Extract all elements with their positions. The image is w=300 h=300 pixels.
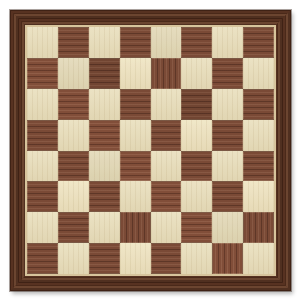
square-c5[interactable] — [89, 120, 120, 151]
square-b6[interactable] — [58, 89, 89, 120]
board-frame-right — [274, 10, 291, 291]
square-b2[interactable] — [58, 212, 89, 243]
square-h2[interactable] — [243, 212, 274, 243]
square-h5[interactable] — [243, 120, 274, 151]
square-a4[interactable] — [27, 151, 58, 182]
square-e3[interactable] — [151, 181, 182, 212]
square-f2[interactable] — [181, 212, 212, 243]
square-d7[interactable] — [120, 58, 151, 89]
square-h6[interactable] — [243, 89, 274, 120]
square-f7[interactable] — [181, 58, 212, 89]
square-b4[interactable] — [58, 151, 89, 182]
square-g4[interactable] — [212, 151, 243, 182]
square-f6[interactable] — [181, 89, 212, 120]
square-c4[interactable] — [89, 151, 120, 182]
square-g3[interactable] — [212, 181, 243, 212]
square-e1[interactable] — [151, 243, 182, 274]
square-e7[interactable] — [151, 58, 182, 89]
square-h1[interactable] — [243, 243, 274, 274]
square-c2[interactable] — [89, 212, 120, 243]
square-c3[interactable] — [89, 181, 120, 212]
square-g8[interactable] — [212, 27, 243, 58]
square-b3[interactable] — [58, 181, 89, 212]
square-h4[interactable] — [243, 151, 274, 182]
square-e2[interactable] — [151, 212, 182, 243]
square-g7[interactable] — [212, 58, 243, 89]
square-d5[interactable] — [120, 120, 151, 151]
square-e4[interactable] — [151, 151, 182, 182]
square-d1[interactable] — [120, 243, 151, 274]
square-c7[interactable] — [89, 58, 120, 89]
chess-board — [10, 10, 291, 291]
square-d8[interactable] — [120, 27, 151, 58]
square-h3[interactable] — [243, 181, 274, 212]
square-g1[interactable] — [212, 243, 243, 274]
square-d3[interactable] — [120, 181, 151, 212]
square-e5[interactable] — [151, 120, 182, 151]
square-d2[interactable] — [120, 212, 151, 243]
square-f3[interactable] — [181, 181, 212, 212]
square-f4[interactable] — [181, 151, 212, 182]
square-g5[interactable] — [212, 120, 243, 151]
square-f5[interactable] — [181, 120, 212, 151]
square-c1[interactable] — [89, 243, 120, 274]
square-a7[interactable] — [27, 58, 58, 89]
square-h8[interactable] — [243, 27, 274, 58]
square-d6[interactable] — [120, 89, 151, 120]
page-background — [0, 0, 300, 300]
board-grid — [27, 27, 274, 274]
square-f8[interactable] — [181, 27, 212, 58]
square-e6[interactable] — [151, 89, 182, 120]
board-inlay-border — [25, 25, 276, 276]
square-b1[interactable] — [58, 243, 89, 274]
square-a5[interactable] — [27, 120, 58, 151]
square-b8[interactable] — [58, 27, 89, 58]
square-e8[interactable] — [151, 27, 182, 58]
square-f1[interactable] — [181, 243, 212, 274]
square-g2[interactable] — [212, 212, 243, 243]
square-g6[interactable] — [212, 89, 243, 120]
square-c6[interactable] — [89, 89, 120, 120]
square-d4[interactable] — [120, 151, 151, 182]
square-c8[interactable] — [89, 27, 120, 58]
square-a1[interactable] — [27, 243, 58, 274]
square-a2[interactable] — [27, 212, 58, 243]
square-a6[interactable] — [27, 89, 58, 120]
board-frame-bottom — [10, 274, 291, 291]
square-a3[interactable] — [27, 181, 58, 212]
square-a8[interactable] — [27, 27, 58, 58]
square-b5[interactable] — [58, 120, 89, 151]
square-h7[interactable] — [243, 58, 274, 89]
square-b7[interactable] — [58, 58, 89, 89]
